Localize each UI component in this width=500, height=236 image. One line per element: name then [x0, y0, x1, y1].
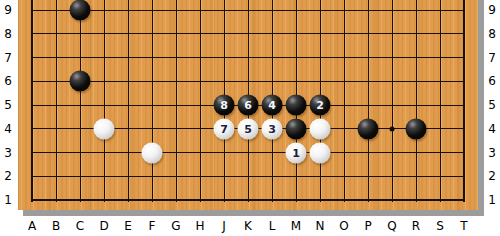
goban[interactable]: 12345678 [18, 0, 478, 210]
grid-line-h-8 [31, 33, 465, 34]
grid-line-v-P [368, 0, 369, 202]
stone-black-r4[interactable] [406, 118, 427, 139]
coord-row-right-6: 6 [484, 74, 500, 88]
grid-line-v-A [31, 0, 33, 202]
grid-line-v-E [128, 0, 129, 202]
grid-line-h-9 [31, 10, 465, 11]
coord-col-B: B [44, 219, 68, 233]
stone-white-k4[interactable]: 5 [238, 118, 259, 139]
stone-black-p4[interactable] [358, 118, 379, 139]
coord-col-H: H [188, 219, 212, 233]
coord-col-E: E [116, 219, 140, 233]
stone-black-c9[interactable] [70, 0, 91, 21]
coord-row-left-6: 6 [0, 74, 16, 88]
coord-row-left-1: 1 [0, 193, 16, 207]
coord-col-Q: Q [380, 219, 404, 233]
coord-row-right-5: 5 [484, 98, 500, 112]
coord-col-C: C [68, 219, 92, 233]
coord-col-K: K [236, 219, 260, 233]
grid-line-v-H [200, 0, 201, 202]
coord-col-S: S [428, 219, 452, 233]
coord-row-right-4: 4 [484, 122, 500, 136]
coord-row-right-8: 8 [484, 27, 500, 41]
grid-line-v-S [440, 0, 441, 202]
stone-black-l5[interactable]: 4 [262, 95, 283, 116]
coord-row-left-2: 2 [0, 169, 16, 183]
grid-line-v-D [104, 0, 105, 202]
stone-white-d4[interactable] [94, 118, 115, 139]
coord-row-right-7: 7 [484, 51, 500, 65]
coord-row-left-8: 8 [0, 27, 16, 41]
coord-col-O: O [332, 219, 356, 233]
grid-line-h-3 [31, 152, 465, 153]
stone-black-n5[interactable]: 2 [310, 95, 331, 116]
grid-line-v-R [416, 0, 417, 202]
coord-row-right-2: 2 [484, 169, 500, 183]
grid-line-v-T [463, 0, 465, 202]
stone-white-n3[interactable] [310, 142, 331, 163]
grid-line-v-O [344, 0, 345, 202]
coord-col-M: M [284, 219, 308, 233]
grid-line-h-2 [31, 176, 465, 177]
coord-row-left-9: 9 [0, 3, 16, 17]
stone-white-l4[interactable]: 3 [262, 118, 283, 139]
coord-col-T: T [452, 219, 476, 233]
coord-row-left-3: 3 [0, 146, 16, 160]
coord-row-right-3: 3 [484, 146, 500, 160]
grid-line-h-6 [31, 81, 465, 82]
coord-col-J: J [212, 219, 236, 233]
coord-col-F: F [140, 219, 164, 233]
stone-black-c6[interactable] [70, 71, 91, 92]
coord-row-right-9: 9 [484, 3, 500, 17]
coord-col-N: N [308, 219, 332, 233]
stone-white-f3[interactable] [142, 142, 163, 163]
stone-black-k5[interactable]: 6 [238, 95, 259, 116]
coord-col-L: L [260, 219, 284, 233]
grid-line-h-7 [31, 57, 465, 58]
coord-row-right-1: 1 [484, 193, 500, 207]
coord-row-left-5: 5 [0, 98, 16, 112]
coord-col-R: R [404, 219, 428, 233]
grid-line-v-F [152, 0, 153, 202]
grid-line-v-Q [392, 0, 393, 202]
coord-col-P: P [356, 219, 380, 233]
hoshi-q4 [390, 126, 395, 131]
grid-line-v-B [56, 0, 57, 202]
coord-col-G: G [164, 219, 188, 233]
stone-black-m5[interactable] [286, 95, 307, 116]
stone-black-j5[interactable]: 8 [214, 95, 235, 116]
coord-row-left-7: 7 [0, 51, 16, 65]
go-diagram: 12345678 987654321 987654321 ABCDEFGHJKL… [0, 0, 500, 236]
coord-col-A: A [20, 219, 44, 233]
grid-line-h-1 [31, 199, 465, 201]
stone-white-j4[interactable]: 7 [214, 118, 235, 139]
coord-row-left-4: 4 [0, 122, 16, 136]
coord-col-D: D [92, 219, 116, 233]
stone-white-n4[interactable] [310, 118, 331, 139]
grid-line-v-G [176, 0, 177, 202]
stone-black-m4[interactable] [286, 118, 307, 139]
grid-line-v-C [80, 0, 81, 202]
stone-white-m3[interactable]: 1 [286, 142, 307, 163]
